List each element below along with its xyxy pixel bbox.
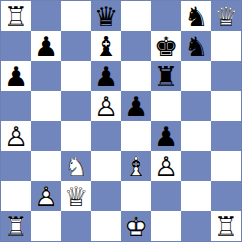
- piece-black-queen[interactable]: ♛: [91, 1, 121, 31]
- square-e1[interactable]: ♚♔: [121, 211, 151, 241]
- square-d2[interactable]: [91, 181, 121, 211]
- piece-white-rook[interactable]: ♖: [1, 211, 31, 241]
- piece-black-king[interactable]: ♚: [151, 31, 181, 61]
- square-h6[interactable]: [211, 61, 241, 91]
- piece-white-pawn[interactable]: ♙: [151, 151, 181, 181]
- piece-white-queen[interactable]: ♕: [61, 181, 91, 211]
- piece-white-king-fill: ♚: [121, 211, 151, 241]
- square-g3[interactable]: [181, 151, 211, 181]
- piece-white-knight[interactable]: ♘: [61, 151, 91, 181]
- square-d7[interactable]: ♝: [91, 31, 121, 61]
- square-c2[interactable]: ♛♕: [61, 181, 91, 211]
- square-a2[interactable]: [1, 181, 31, 211]
- square-b7[interactable]: ♟: [31, 31, 61, 61]
- square-c4[interactable]: [61, 121, 91, 151]
- square-g4[interactable]: [181, 121, 211, 151]
- square-a5[interactable]: [1, 91, 31, 121]
- square-e3[interactable]: ♝♗: [121, 151, 151, 181]
- square-g5[interactable]: [181, 91, 211, 121]
- square-g1[interactable]: [181, 211, 211, 241]
- square-f4[interactable]: ♟: [151, 121, 181, 151]
- square-f2[interactable]: [151, 181, 181, 211]
- square-c7[interactable]: [61, 31, 91, 61]
- square-h8[interactable]: ♛♕: [211, 1, 241, 31]
- square-a8[interactable]: ♜♖: [1, 1, 31, 31]
- square-d8[interactable]: ♛: [91, 1, 121, 31]
- square-b6[interactable]: [31, 61, 61, 91]
- square-h2[interactable]: [211, 181, 241, 211]
- square-d6[interactable]: ♟: [91, 61, 121, 91]
- square-e8[interactable]: [121, 1, 151, 31]
- square-a4[interactable]: ♟♙: [1, 121, 31, 151]
- square-b8[interactable]: [31, 1, 61, 31]
- piece-white-king[interactable]: ♔: [121, 211, 151, 241]
- chess-board: ♜♖♛♞♛♕♟♝♚♞♟♟♜♟♙♟♟♙♟♞♘♝♗♟♙♟♙♛♕♜♖♚♔♜♖: [0, 0, 242, 242]
- square-f3[interactable]: ♟♙: [151, 151, 181, 181]
- piece-white-rook-fill: ♜: [1, 211, 31, 241]
- square-h3[interactable]: [211, 151, 241, 181]
- square-f5[interactable]: [151, 91, 181, 121]
- square-e4[interactable]: [121, 121, 151, 151]
- piece-white-queen-fill: ♛: [211, 1, 241, 31]
- piece-white-pawn-fill: ♟: [1, 121, 31, 151]
- square-e7[interactable]: [121, 31, 151, 61]
- square-h1[interactable]: ♜♖: [211, 211, 241, 241]
- square-b1[interactable]: [31, 211, 61, 241]
- piece-white-bishop-fill: ♝: [121, 151, 151, 181]
- piece-white-queen[interactable]: ♕: [211, 1, 241, 31]
- piece-white-rook[interactable]: ♖: [211, 211, 241, 241]
- square-b4[interactable]: [31, 121, 61, 151]
- piece-white-pawn-fill: ♟: [91, 91, 121, 121]
- square-c5[interactable]: [61, 91, 91, 121]
- piece-white-pawn[interactable]: ♙: [31, 181, 61, 211]
- square-b3[interactable]: [31, 151, 61, 181]
- square-d4[interactable]: [91, 121, 121, 151]
- piece-black-pawn[interactable]: ♟: [151, 121, 181, 151]
- piece-white-knight-fill: ♞: [61, 151, 91, 181]
- square-d3[interactable]: [91, 151, 121, 181]
- square-h4[interactable]: [211, 121, 241, 151]
- piece-black-knight[interactable]: ♞: [181, 1, 211, 31]
- square-d1[interactable]: [91, 211, 121, 241]
- piece-white-bishop[interactable]: ♗: [121, 151, 151, 181]
- square-h7[interactable]: [211, 31, 241, 61]
- square-f6[interactable]: ♜: [151, 61, 181, 91]
- square-f1[interactable]: [151, 211, 181, 241]
- square-g7[interactable]: ♞: [181, 31, 211, 61]
- square-e6[interactable]: [121, 61, 151, 91]
- square-c6[interactable]: [61, 61, 91, 91]
- piece-white-pawn-fill: ♟: [151, 151, 181, 181]
- square-f8[interactable]: [151, 1, 181, 31]
- square-h5[interactable]: [211, 91, 241, 121]
- piece-black-bishop[interactable]: ♝: [91, 31, 121, 61]
- piece-white-pawn[interactable]: ♙: [91, 91, 121, 121]
- piece-white-queen-fill: ♛: [61, 181, 91, 211]
- piece-white-rook[interactable]: ♖: [1, 1, 31, 31]
- square-a7[interactable]: [1, 31, 31, 61]
- piece-white-rook-fill: ♜: [1, 1, 31, 31]
- square-e5[interactable]: ♟: [121, 91, 151, 121]
- piece-black-pawn[interactable]: ♟: [1, 61, 31, 91]
- piece-black-knight[interactable]: ♞: [181, 31, 211, 61]
- square-a3[interactable]: [1, 151, 31, 181]
- square-c8[interactable]: [61, 1, 91, 31]
- square-b5[interactable]: [31, 91, 61, 121]
- piece-black-pawn[interactable]: ♟: [31, 31, 61, 61]
- piece-white-pawn-fill: ♟: [31, 181, 61, 211]
- piece-black-pawn[interactable]: ♟: [121, 91, 151, 121]
- piece-black-rook[interactable]: ♜: [151, 61, 181, 91]
- piece-white-pawn[interactable]: ♙: [1, 121, 31, 151]
- piece-white-rook-fill: ♜: [211, 211, 241, 241]
- square-g2[interactable]: [181, 181, 211, 211]
- square-c1[interactable]: [61, 211, 91, 241]
- square-b2[interactable]: ♟♙: [31, 181, 61, 211]
- square-e2[interactable]: [121, 181, 151, 211]
- square-d5[interactable]: ♟♙: [91, 91, 121, 121]
- piece-black-pawn[interactable]: ♟: [91, 61, 121, 91]
- square-f7[interactable]: ♚: [151, 31, 181, 61]
- square-c3[interactable]: ♞♘: [61, 151, 91, 181]
- square-a1[interactable]: ♜♖: [1, 211, 31, 241]
- square-g8[interactable]: ♞: [181, 1, 211, 31]
- square-a6[interactable]: ♟: [1, 61, 31, 91]
- square-g6[interactable]: [181, 61, 211, 91]
